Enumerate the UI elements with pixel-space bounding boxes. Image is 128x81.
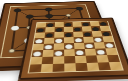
square-c1[interactable] [53, 64, 65, 72]
square-h1[interactable] [109, 62, 123, 70]
product-photo: ●●●●●●●● ●●●●●●●●●●●●●●●●●●●●●●●● [0, 0, 128, 81]
square-b1[interactable] [41, 64, 53, 72]
black-morris-piece-d7[interactable]: ● [44, 7, 53, 12]
checkers-board: ●●●●●●●●●●●●●●●●●●●●●●●● [18, 18, 128, 80]
square-d1[interactable] [64, 63, 76, 71]
black-morris-piece-d6[interactable]: ● [44, 13, 54, 18]
square-a1[interactable] [29, 64, 42, 72]
checkers-grid: ●●●●●●●●●●●●●●●●●●●●●●●● [29, 21, 122, 72]
black-morris-piece-b6[interactable]: ● [25, 14, 35, 19]
white-morris-piece-a4[interactable]: ● [9, 25, 20, 31]
black-morris-piece-a7[interactable]: ● [13, 8, 23, 13]
black-morris-piece-g7[interactable]: ● [74, 6, 84, 11]
